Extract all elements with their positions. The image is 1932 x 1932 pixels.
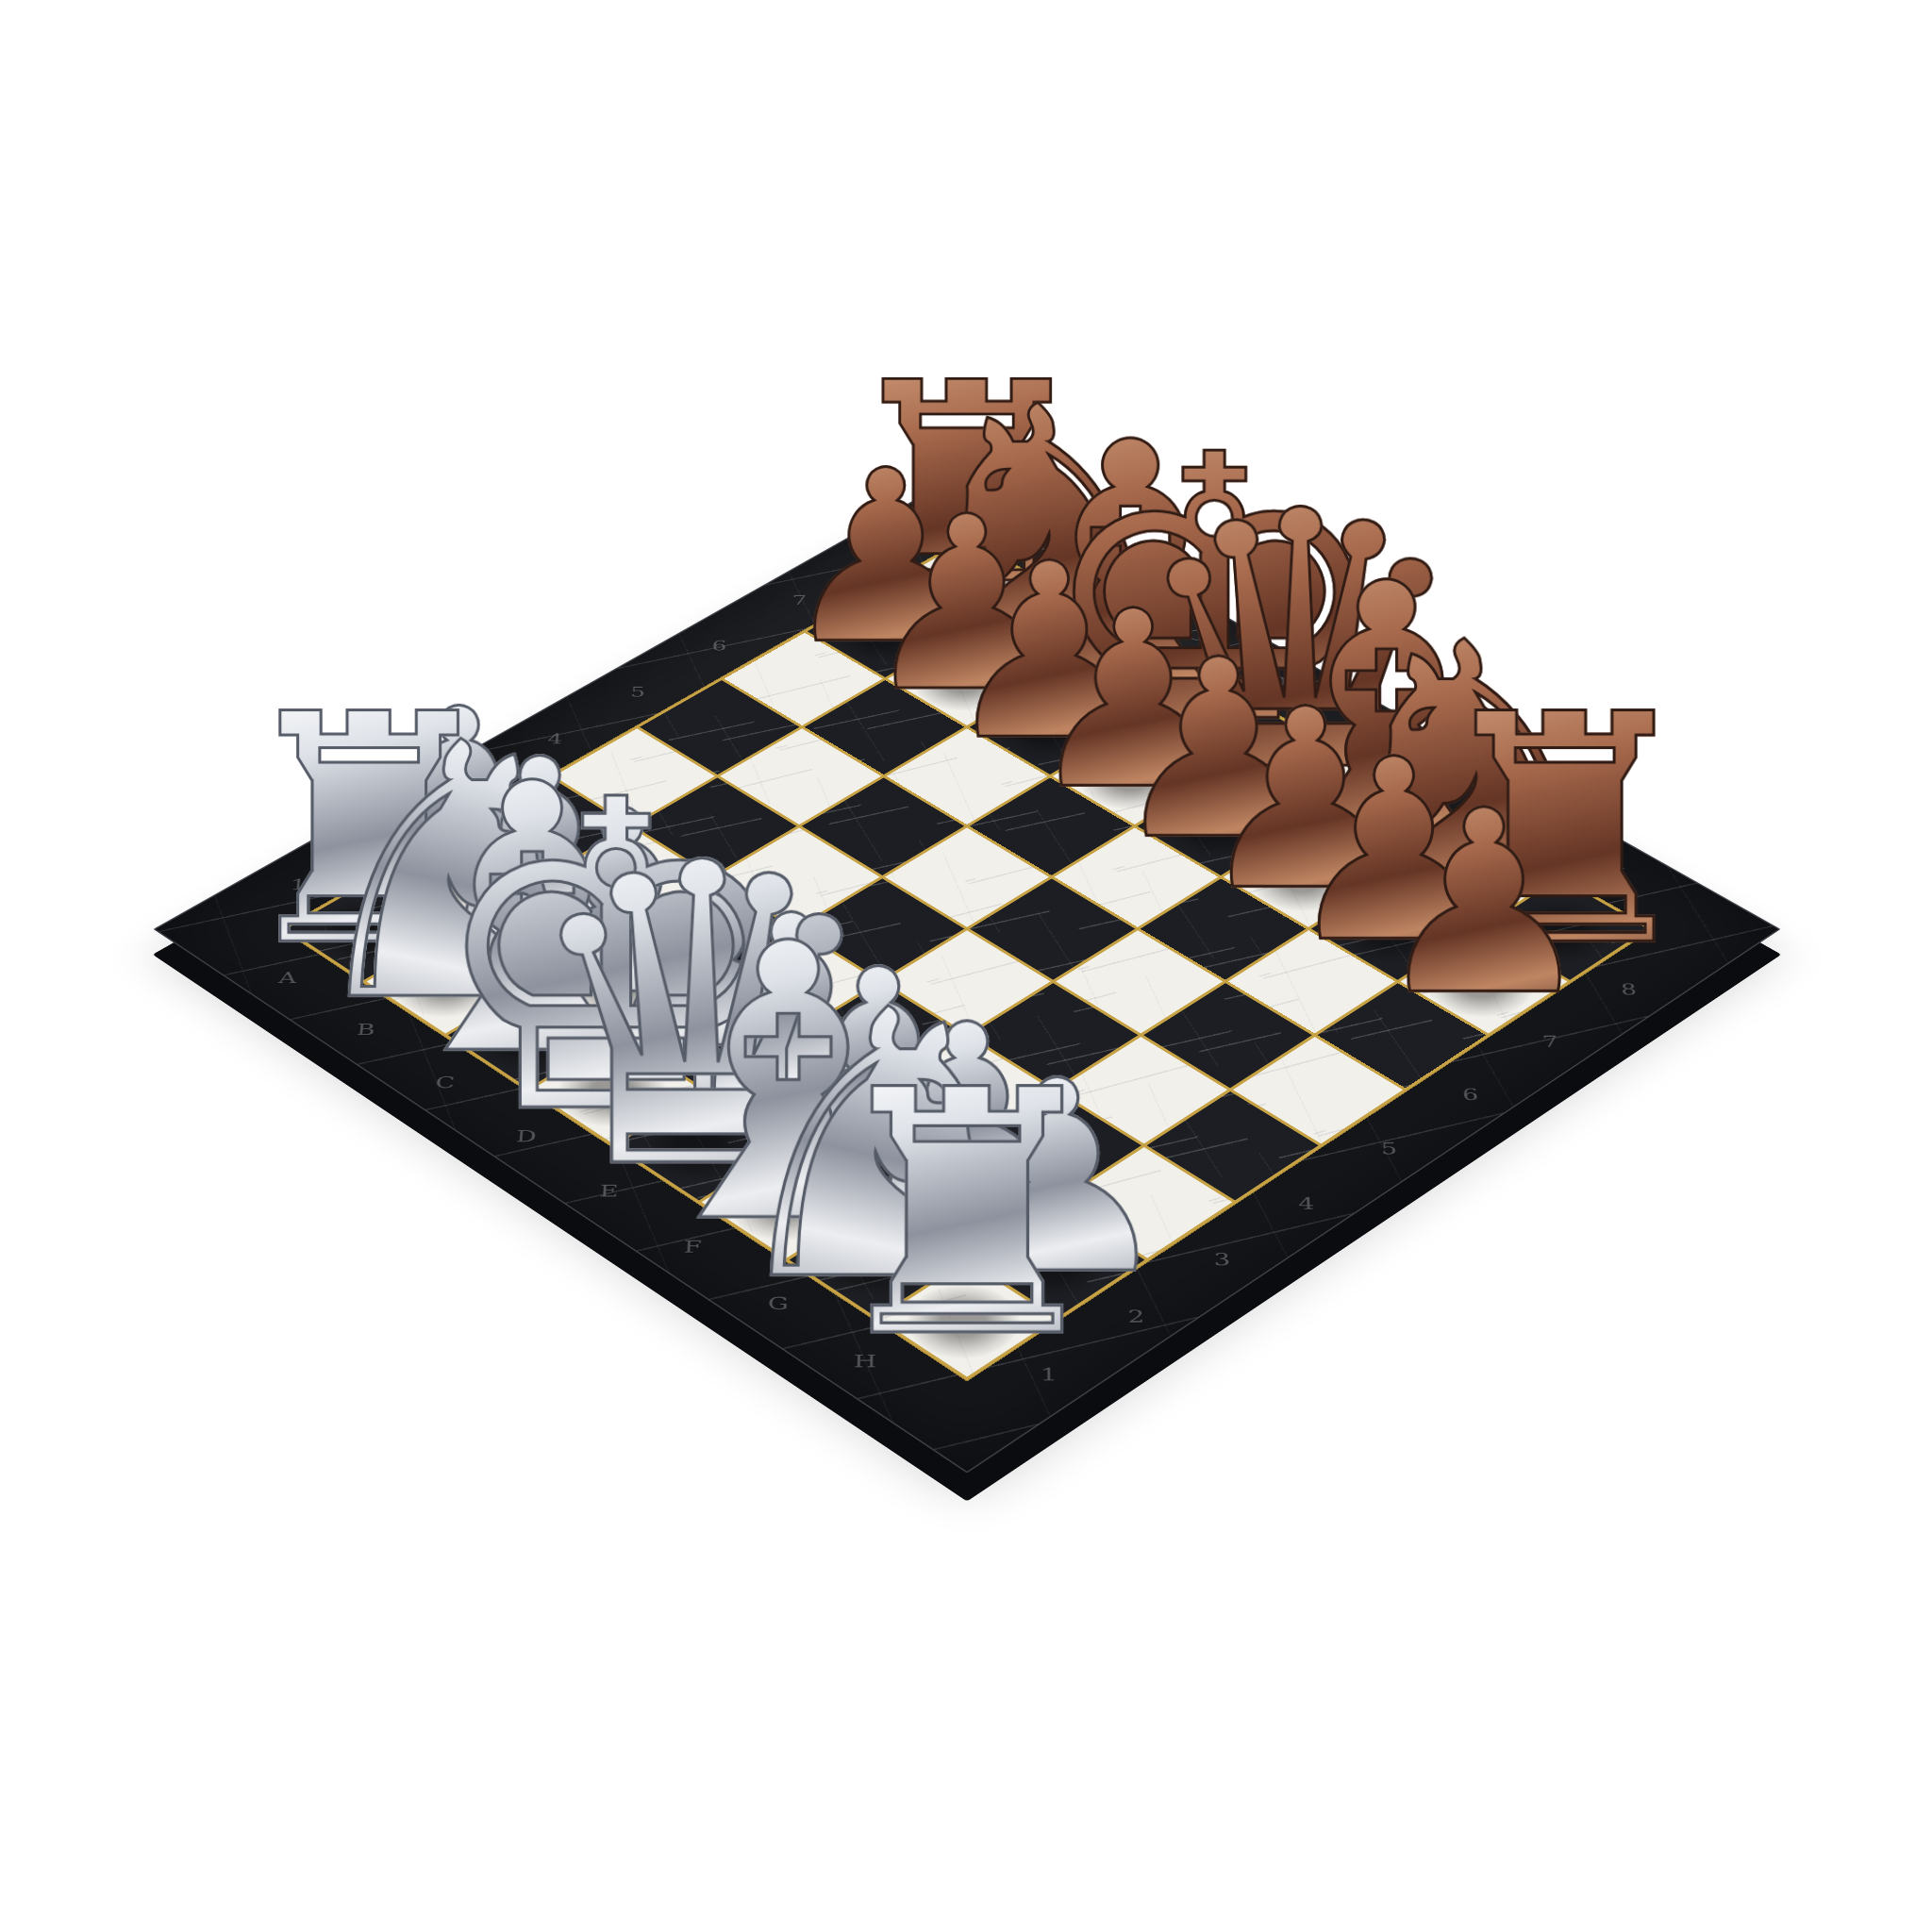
coord-rank-6-afile-edge: 6: [711, 639, 726, 652]
coord-file-C-far-edge: C: [1187, 628, 1206, 641]
coord-file-H-near-edge: H: [854, 1353, 877, 1370]
coord-rank-8-afile-edge: 8: [871, 549, 886, 562]
coord-file-B-far-edge: B: [1108, 583, 1124, 596]
coord-rank-3-hfile-edge: 3: [1213, 1251, 1230, 1268]
coord-rank-7-hfile-edge: 7: [1541, 1034, 1558, 1050]
coord-rank-5-hfile-edge: 5: [1380, 1141, 1397, 1157]
chess-board: AABBCCDDEEFFGGHH1122334455667788 ♜♞♝♚♛♝♞…: [153, 471, 1780, 1474]
product-photo-scene: AABBCCDDEEFFGGHH1122334455667788 ♜♞♝♚♛♝♞…: [0, 0, 1932, 1932]
coord-rank-2-hfile-edge: 2: [1127, 1307, 1144, 1324]
coord-file-A-far-edge: A: [1029, 539, 1046, 552]
coord-rank-8-hfile-edge: 8: [1620, 982, 1638, 997]
coord-rank-7-afile-edge: 7: [791, 593, 807, 607]
coord-file-F-near-edge: F: [683, 1239, 702, 1256]
coord-rank-5-afile-edge: 5: [630, 685, 646, 699]
coord-rank-6-hfile-edge: 6: [1461, 1087, 1478, 1103]
coord-file-G-near-edge: G: [768, 1295, 790, 1312]
board-grid: ♜♞♝♚♛♝♞♜♟♟♟♟♟♟♟♟♟♟♟♟♟♟♟♟♜♞♝♚♛♝♞♜: [281, 538, 1653, 1381]
coord-file-D-far-edge: D: [1268, 675, 1288, 689]
coord-file-E-near-edge: E: [599, 1183, 619, 1199]
coord-rank-4-hfile-edge: 4: [1298, 1195, 1315, 1211]
coord-rank-1-hfile-edge: 1: [1041, 1366, 1058, 1383]
